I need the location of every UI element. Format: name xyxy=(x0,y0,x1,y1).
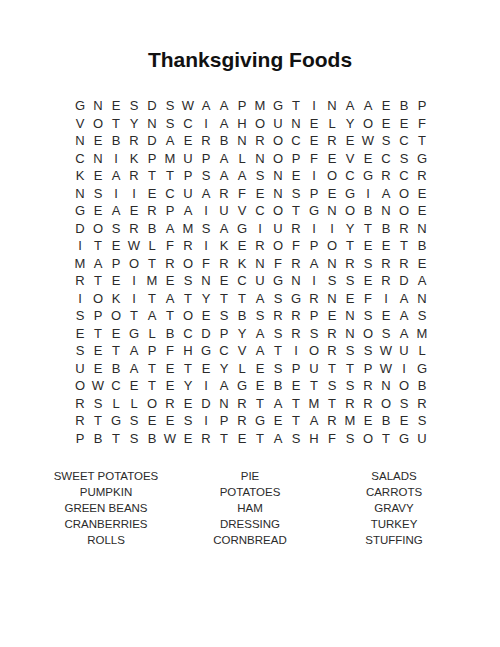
grid-cell-r17c2: W xyxy=(89,377,107,395)
grid-cell-r16c19: I xyxy=(395,360,413,378)
grid-cell-r3c18: S xyxy=(377,132,395,150)
grid-cell-r3c3: B xyxy=(107,132,125,150)
grid-cell-r13c5: A xyxy=(143,307,161,325)
grid-cell-r20c8: R xyxy=(197,430,215,448)
grid-cell-r16c16: T xyxy=(341,360,359,378)
grid-cell-r18c14: M xyxy=(305,395,323,413)
grid-cell-r5c15: O xyxy=(323,167,341,185)
grid-cell-r1c13: T xyxy=(287,97,305,115)
grid-cell-r17c18: N xyxy=(377,377,395,395)
grid-cell-r5c4: R xyxy=(125,167,143,185)
grid-cell-r5c18: R xyxy=(377,167,395,185)
grid-cell-r1c2: N xyxy=(89,97,107,115)
grid-cell-r19c15: R xyxy=(323,412,341,430)
grid-cell-r12c7: T xyxy=(179,290,197,308)
grid-cell-r19c6: E xyxy=(161,412,179,430)
grid-cell-r8c6: A xyxy=(161,220,179,238)
grid-cell-r16c18: W xyxy=(377,360,395,378)
grid-cell-r7c9: U xyxy=(215,202,233,220)
grid-cell-r8c9: A xyxy=(215,220,233,238)
grid-cell-r19c2: T xyxy=(89,412,107,430)
grid-cell-r1c1: G xyxy=(71,97,89,115)
grid-cell-r6c7: U xyxy=(179,185,197,203)
grid-cell-r19c16: M xyxy=(341,412,359,430)
grid-cell-r4c18: C xyxy=(377,150,395,168)
grid-cell-r8c7: M xyxy=(179,220,197,238)
word-list-column-1: SWEET POTATOESPUMPKINGREEN BEANSCRANBERR… xyxy=(34,468,178,548)
grid-cell-r10c14: A xyxy=(305,255,323,273)
grid-cell-r2c15: L xyxy=(323,115,341,133)
grid-cell-r1c18: E xyxy=(377,97,395,115)
grid-cell-r11c3: E xyxy=(107,272,125,290)
grid-cell-r5c11: S xyxy=(251,167,269,185)
word-item: DRESSING xyxy=(178,516,322,532)
grid-cell-r3c14: E xyxy=(305,132,323,150)
grid-cell-r8c15: I xyxy=(323,220,341,238)
grid-cell-r13c12: R xyxy=(269,307,287,325)
grid-cell-r9c1: I xyxy=(71,237,89,255)
grid-cell-r2c19: E xyxy=(395,115,413,133)
grid-cell-r13c19: A xyxy=(395,307,413,325)
grid-cell-r19c7: S xyxy=(179,412,197,430)
grid-cell-r20c17: O xyxy=(359,430,377,448)
grid-cell-r16c9: Y xyxy=(215,360,233,378)
grid-cell-r11c16: S xyxy=(341,272,359,290)
grid-cell-r15c10: V xyxy=(233,342,251,360)
grid-cell-r7c18: N xyxy=(377,202,395,220)
grid-cell-r18c12: A xyxy=(269,395,287,413)
grid-cell-r7c12: O xyxy=(269,202,287,220)
grid-cell-r3c6: A xyxy=(161,132,179,150)
grid-cell-r11c9: E xyxy=(215,272,233,290)
grid-cell-r15c11: A xyxy=(251,342,269,360)
grid-cell-r14c18: S xyxy=(377,325,395,343)
grid-cell-r6c2: S xyxy=(89,185,107,203)
grid-cell-r16c8: E xyxy=(197,360,215,378)
grid-cell-r14c10: Y xyxy=(233,325,251,343)
grid-cell-r15c19: U xyxy=(395,342,413,360)
grid-cell-r1c10: P xyxy=(233,97,251,115)
grid-cell-r7c6: P xyxy=(161,202,179,220)
grid-cell-r18c9: N xyxy=(215,395,233,413)
grid-cell-r16c15: T xyxy=(323,360,341,378)
grid-cell-r3c13: C xyxy=(287,132,305,150)
grid-cell-r20c20: U xyxy=(413,430,431,448)
grid-cell-r4c16: V xyxy=(341,150,359,168)
grid-cell-r11c12: G xyxy=(269,272,287,290)
grid-cell-r17c20: B xyxy=(413,377,431,395)
grid-cell-r2c9: A xyxy=(215,115,233,133)
grid-cell-r9c6: F xyxy=(161,237,179,255)
word-list: SWEET POTATOESPUMPKINGREEN BEANSCRANBERR… xyxy=(34,468,466,548)
grid-cell-r19c18: B xyxy=(377,412,395,430)
grid-cell-r13c16: N xyxy=(341,307,359,325)
grid-cell-r12c17: F xyxy=(359,290,377,308)
grid-cell-r4c7: U xyxy=(179,150,197,168)
grid-cell-r8c19: R xyxy=(395,220,413,238)
grid-cell-r2c11: O xyxy=(251,115,269,133)
grid-cell-r15c13: I xyxy=(287,342,305,360)
grid-cell-r14c19: A xyxy=(395,325,413,343)
grid-cell-r4c6: M xyxy=(161,150,179,168)
grid-cell-r4c3: I xyxy=(107,150,125,168)
grid-cell-r3c9: B xyxy=(215,132,233,150)
grid-cell-r4c19: S xyxy=(395,150,413,168)
grid-cell-r16c13: P xyxy=(287,360,305,378)
grid-cell-r15c7: H xyxy=(179,342,197,360)
grid-cell-r5c14: I xyxy=(305,167,323,185)
grid-cell-r2c3: T xyxy=(107,115,125,133)
grid-cell-r8c5: B xyxy=(143,220,161,238)
word-item: PIE xyxy=(178,468,322,484)
grid-cell-r14c6: B xyxy=(161,325,179,343)
grid-cell-r9c17: E xyxy=(359,237,377,255)
grid-cell-r9c13: F xyxy=(287,237,305,255)
grid-cell-r15c6: F xyxy=(161,342,179,360)
grid-cell-r12c4: I xyxy=(125,290,143,308)
grid-cell-r13c11: S xyxy=(251,307,269,325)
grid-cell-r7c17: B xyxy=(359,202,377,220)
grid-cell-r5c5: T xyxy=(143,167,161,185)
grid-cell-r7c4: E xyxy=(125,202,143,220)
grid-cell-r8c11: I xyxy=(251,220,269,238)
grid-cell-r4c13: P xyxy=(287,150,305,168)
grid-cell-r6c15: E xyxy=(323,185,341,203)
grid-cell-r1c8: A xyxy=(197,97,215,115)
grid-cell-r20c5: B xyxy=(143,430,161,448)
grid-cell-r18c3: L xyxy=(107,395,125,413)
grid-cell-r9c4: W xyxy=(125,237,143,255)
grid-cell-r8c17: T xyxy=(359,220,377,238)
grid-cell-r19c14: A xyxy=(305,412,323,430)
grid-cell-r12c3: K xyxy=(107,290,125,308)
grid-cell-r3c8: R xyxy=(197,132,215,150)
word-item: TURKEY xyxy=(322,516,466,532)
grid-cell-r16c4: A xyxy=(125,360,143,378)
word-item: SALADS xyxy=(322,468,466,484)
grid-cell-r11c4: I xyxy=(125,272,143,290)
grid-cell-r9c9: K xyxy=(215,237,233,255)
grid-cell-r12c6: A xyxy=(161,290,179,308)
grid-cell-r19c12: E xyxy=(269,412,287,430)
grid-cell-r8c3: S xyxy=(107,220,125,238)
grid-cell-r11c8: N xyxy=(197,272,215,290)
grid-cell-r14c8: D xyxy=(197,325,215,343)
grid-cell-r12c2: O xyxy=(89,290,107,308)
grid-cell-r14c4: G xyxy=(125,325,143,343)
grid-cell-r15c1: S xyxy=(71,342,89,360)
grid-cell-r8c8: S xyxy=(197,220,215,238)
grid-cell-r17c12: B xyxy=(269,377,287,395)
grid-cell-r16c3: B xyxy=(107,360,125,378)
grid-cell-r7c7: A xyxy=(179,202,197,220)
grid-cell-r7c15: N xyxy=(323,202,341,220)
grid-cell-r3c2: E xyxy=(89,132,107,150)
grid-cell-r10c7: O xyxy=(179,255,197,273)
grid-cell-r9c7: R xyxy=(179,237,197,255)
grid-cell-r18c19: S xyxy=(395,395,413,413)
grid-cell-r12c5: T xyxy=(143,290,161,308)
grid-cell-r3c4: R xyxy=(125,132,143,150)
grid-cell-r6c6: C xyxy=(161,185,179,203)
grid-cell-r4c20: G xyxy=(413,150,431,168)
word-item: CORNBREAD xyxy=(178,532,322,548)
grid-cell-r17c13: E xyxy=(287,377,305,395)
grid-cell-r17c7: Y xyxy=(179,377,197,395)
grid-cell-r12c14: R xyxy=(305,290,323,308)
grid-cell-r10c5: T xyxy=(143,255,161,273)
grid-cell-r6c18: A xyxy=(377,185,395,203)
grid-cell-r9c3: E xyxy=(107,237,125,255)
grid-cell-r9c2: T xyxy=(89,237,107,255)
grid-cell-r7c8: I xyxy=(197,202,215,220)
grid-cell-r20c19: G xyxy=(395,430,413,448)
grid-cell-r14c3: E xyxy=(107,325,125,343)
word-item: CARROTS xyxy=(322,484,466,500)
grid-cell-r3c20: T xyxy=(413,132,431,150)
grid-cell-r13c6: T xyxy=(161,307,179,325)
grid-cell-r16c11: E xyxy=(251,360,269,378)
grid-cell-r6c10: F xyxy=(233,185,251,203)
grid-cell-r11c10: C xyxy=(233,272,251,290)
grid-cell-r12c16: E xyxy=(341,290,359,308)
grid-cell-r20c10: E xyxy=(233,430,251,448)
grid-cell-r8c16: Y xyxy=(341,220,359,238)
grid-cell-r5c12: N xyxy=(269,167,287,185)
grid-cell-r6c4: I xyxy=(125,185,143,203)
grid-cell-r1c4: S xyxy=(125,97,143,115)
grid-cell-r5c13: E xyxy=(287,167,305,185)
grid-cell-r17c19: O xyxy=(395,377,413,395)
grid-cell-r8c2: O xyxy=(89,220,107,238)
word-item: SWEET POTATOES xyxy=(34,468,178,484)
grid-cell-r19c3: G xyxy=(107,412,125,430)
grid-cell-r5c16: C xyxy=(341,167,359,185)
grid-cell-r20c3: T xyxy=(107,430,125,448)
grid-cell-r1c15: N xyxy=(323,97,341,115)
grid-cell-r16c5: T xyxy=(143,360,161,378)
grid-cell-r5c6: T xyxy=(161,167,179,185)
grid-cell-r2c6: S xyxy=(161,115,179,133)
grid-cell-r16c2: E xyxy=(89,360,107,378)
grid-cell-r13c15: E xyxy=(323,307,341,325)
grid-cell-r6c1: N xyxy=(71,185,89,203)
grid-cell-r12c20: N xyxy=(413,290,431,308)
grid-cell-r19c8: I xyxy=(197,412,215,430)
grid-cell-r6c19: O xyxy=(395,185,413,203)
grid-cell-r4c15: E xyxy=(323,150,341,168)
grid-cell-r8c12: U xyxy=(269,220,287,238)
grid-cell-r14c20: M xyxy=(413,325,431,343)
grid-cell-r12c19: A xyxy=(395,290,413,308)
grid-cell-r3c16: E xyxy=(341,132,359,150)
grid-cell-r15c20: L xyxy=(413,342,431,360)
grid-cell-r11c18: R xyxy=(377,272,395,290)
grid-cell-r6c5: E xyxy=(143,185,161,203)
grid-cell-r4c4: K xyxy=(125,150,143,168)
grid-cell-r2c7: C xyxy=(179,115,197,133)
grid-cell-r18c1: R xyxy=(71,395,89,413)
grid-cell-r14c1: E xyxy=(71,325,89,343)
grid-cell-r12c15: N xyxy=(323,290,341,308)
grid-cell-r7c13: T xyxy=(287,202,305,220)
grid-cell-r3c1: N xyxy=(71,132,89,150)
grid-cell-r8c10: G xyxy=(233,220,251,238)
grid-cell-r1c6: S xyxy=(161,97,179,115)
grid-cell-r15c5: P xyxy=(143,342,161,360)
grid-cell-r5c3: A xyxy=(107,167,125,185)
grid-cell-r20c16: S xyxy=(341,430,359,448)
word-search-grid: GNESDSWAAPMGTINAAEBPVOTYNSCIAHOUNELYOEEF… xyxy=(71,97,431,447)
word-item: PUMPKIN xyxy=(34,484,178,500)
grid-cell-r6c3: I xyxy=(107,185,125,203)
grid-cell-r13c18: E xyxy=(377,307,395,325)
grid-cell-r6c16: G xyxy=(341,185,359,203)
grid-cell-r6c14: P xyxy=(305,185,323,203)
grid-cell-r13c17: S xyxy=(359,307,377,325)
grid-cell-r1c12: G xyxy=(269,97,287,115)
grid-cell-r3c19: C xyxy=(395,132,413,150)
grid-cell-r11c19: D xyxy=(395,272,413,290)
grid-cell-r6c12: N xyxy=(269,185,287,203)
grid-cell-r17c11: E xyxy=(251,377,269,395)
grid-cell-r9c11: R xyxy=(251,237,269,255)
grid-cell-r3c17: W xyxy=(359,132,377,150)
grid-cell-r13c8: E xyxy=(197,307,215,325)
grid-cell-r5c19: C xyxy=(395,167,413,185)
grid-cell-r20c4: S xyxy=(125,430,143,448)
grid-cell-r10c3: P xyxy=(107,255,125,273)
grid-cell-r12c11: A xyxy=(251,290,269,308)
grid-cell-r8c18: B xyxy=(377,220,395,238)
grid-cell-r16c20: G xyxy=(413,360,431,378)
grid-cell-r15c15: R xyxy=(323,342,341,360)
grid-cell-r11c2: T xyxy=(89,272,107,290)
grid-cell-r19c5: E xyxy=(143,412,161,430)
grid-cell-r2c20: F xyxy=(413,115,431,133)
grid-cell-r18c2: S xyxy=(89,395,107,413)
grid-cell-r1c3: E xyxy=(107,97,125,115)
grid-cell-r9c18: E xyxy=(377,237,395,255)
grid-cell-r2c8: I xyxy=(197,115,215,133)
grid-cell-r8c20: N xyxy=(413,220,431,238)
grid-cell-r19c13: T xyxy=(287,412,305,430)
grid-cell-r9c5: L xyxy=(143,237,161,255)
grid-cell-r6c11: E xyxy=(251,185,269,203)
grid-cell-r17c16: S xyxy=(341,377,359,395)
grid-cell-r9c12: O xyxy=(269,237,287,255)
grid-cell-r17c17: R xyxy=(359,377,377,395)
grid-cell-r10c19: R xyxy=(395,255,413,273)
grid-cell-r10c17: S xyxy=(359,255,377,273)
grid-cell-r3c11: R xyxy=(251,132,269,150)
grid-cell-r2c18: E xyxy=(377,115,395,133)
grid-cell-r6c8: A xyxy=(197,185,215,203)
grid-cell-r8c4: R xyxy=(125,220,143,238)
grid-cell-r18c10: R xyxy=(233,395,251,413)
grid-cell-r2c16: Y xyxy=(341,115,359,133)
grid-cell-r20c11: T xyxy=(251,430,269,448)
grid-cell-r2c2: O xyxy=(89,115,107,133)
word-item: POTATOES xyxy=(178,484,322,500)
grid-cell-r10c11: N xyxy=(251,255,269,273)
grid-cell-r19c4: S xyxy=(125,412,143,430)
grid-cell-r10c18: R xyxy=(377,255,395,273)
grid-cell-r10c6: R xyxy=(161,255,179,273)
word-item: GREEN BEANS xyxy=(34,500,178,516)
grid-cell-r15c4: A xyxy=(125,342,143,360)
grid-cell-r10c12: F xyxy=(269,255,287,273)
grid-cell-r1c14: I xyxy=(305,97,323,115)
grid-cell-r20c9: T xyxy=(215,430,233,448)
grid-cell-r12c18: I xyxy=(377,290,395,308)
grid-cell-r4c11: N xyxy=(251,150,269,168)
grid-cell-r18c11: T xyxy=(251,395,269,413)
grid-cell-r11c7: S xyxy=(179,272,197,290)
grid-cell-r18c20: R xyxy=(413,395,431,413)
grid-cell-r5c1: K xyxy=(71,167,89,185)
grid-cell-r12c13: G xyxy=(287,290,305,308)
grid-cell-r19c19: E xyxy=(395,412,413,430)
grid-cell-r9c14: P xyxy=(305,237,323,255)
word-item: CRANBERRIES xyxy=(34,516,178,532)
grid-cell-r4c12: O xyxy=(269,150,287,168)
grid-cell-r19c10: R xyxy=(233,412,251,430)
grid-cell-r1c16: A xyxy=(341,97,359,115)
grid-cell-r14c11: A xyxy=(251,325,269,343)
grid-cell-r5c7: P xyxy=(179,167,197,185)
grid-cell-r13c9: S xyxy=(215,307,233,325)
grid-cell-r4c14: F xyxy=(305,150,323,168)
grid-cell-r4c2: N xyxy=(89,150,107,168)
grid-cell-r9c10: E xyxy=(233,237,251,255)
grid-cell-r17c6: E xyxy=(161,377,179,395)
grid-cell-r11c20: A xyxy=(413,272,431,290)
grid-cell-r1c7: W xyxy=(179,97,197,115)
grid-cell-r1c19: B xyxy=(395,97,413,115)
grid-cell-r7c16: O xyxy=(341,202,359,220)
grid-cell-r16c17: P xyxy=(359,360,377,378)
grid-cell-r6c20: E xyxy=(413,185,431,203)
grid-cell-r2c5: N xyxy=(143,115,161,133)
grid-cell-r9c19: T xyxy=(395,237,413,255)
grid-cell-r15c9: C xyxy=(215,342,233,360)
puzzle-title: Thanksgiving Foods xyxy=(0,48,500,72)
grid-cell-r19c17: E xyxy=(359,412,377,430)
grid-cell-r13c7: O xyxy=(179,307,197,325)
grid-cell-r14c13: R xyxy=(287,325,305,343)
grid-cell-r9c20: B xyxy=(413,237,431,255)
grid-cell-r3c7: E xyxy=(179,132,197,150)
grid-cell-r11c5: M xyxy=(143,272,161,290)
grid-cell-r17c10: G xyxy=(233,377,251,395)
grid-cell-r20c12: A xyxy=(269,430,287,448)
grid-cell-r20c2: B xyxy=(89,430,107,448)
word-search-page: Thanksgiving Foods GNESDSWAAPMGTINAAEBPV… xyxy=(0,0,500,647)
grid-cell-r18c13: T xyxy=(287,395,305,413)
grid-cell-r10c4: O xyxy=(125,255,143,273)
grid-cell-r17c1: O xyxy=(71,377,89,395)
grid-cell-r15c12: T xyxy=(269,342,287,360)
grid-cell-r11c11: U xyxy=(251,272,269,290)
grid-cell-r11c13: N xyxy=(287,272,305,290)
grid-cell-r9c8: I xyxy=(197,237,215,255)
grid-cell-r3c5: D xyxy=(143,132,161,150)
grid-cell-r10c13: R xyxy=(287,255,305,273)
grid-cell-r18c17: R xyxy=(359,395,377,413)
grid-cell-r20c7: E xyxy=(179,430,197,448)
grid-cell-r2c14: E xyxy=(305,115,323,133)
